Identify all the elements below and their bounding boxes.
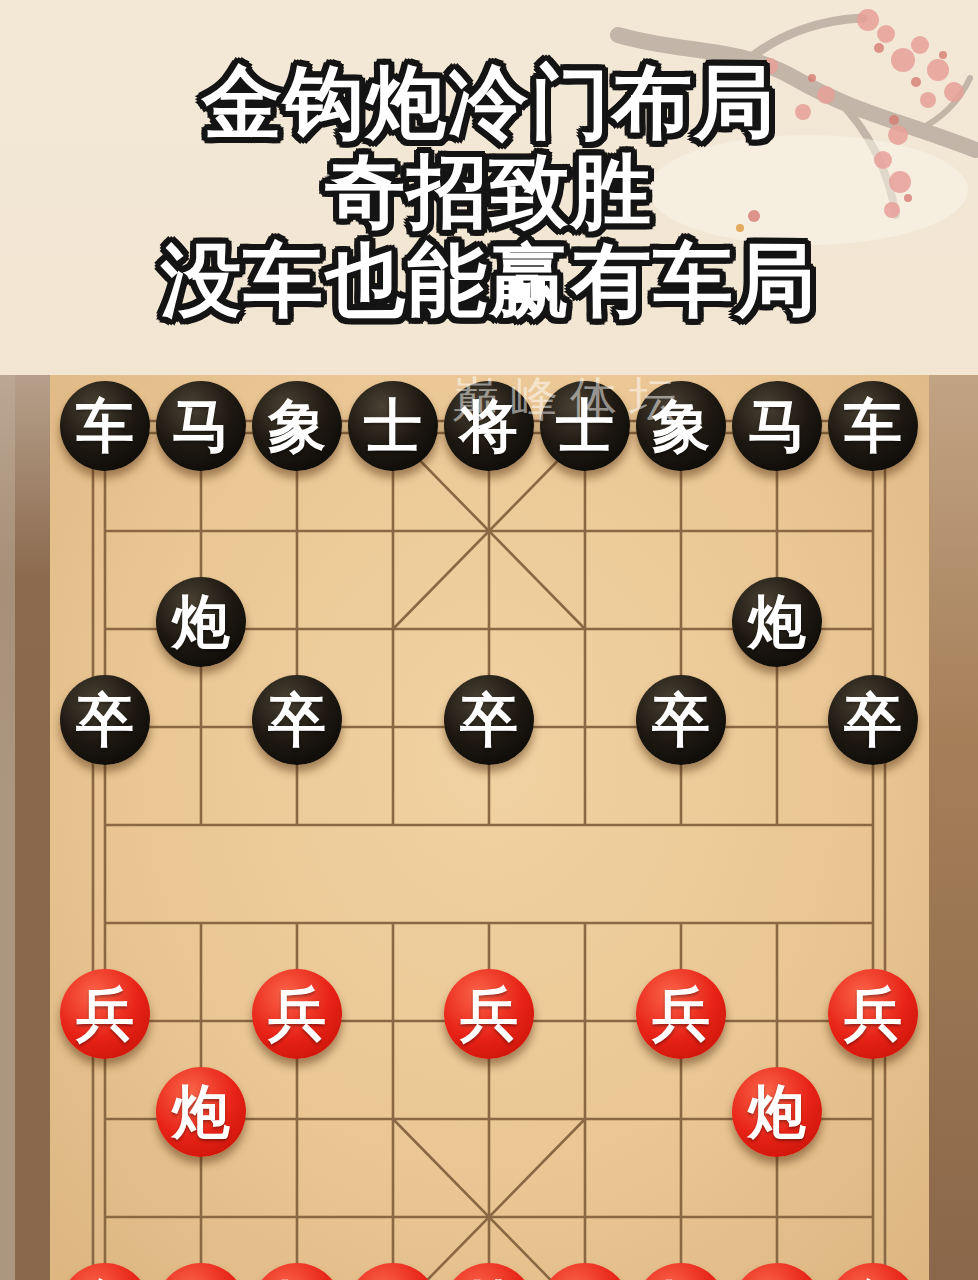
piece-glyph: 车 bbox=[844, 397, 902, 455]
piece-glyph: 马 bbox=[748, 397, 806, 455]
piece-glyph: 炮 bbox=[748, 593, 806, 651]
piece-black[interactable]: 卒 bbox=[60, 675, 150, 765]
piece-glyph: 炮 bbox=[748, 1083, 806, 1141]
piece-glyph: 兵 bbox=[652, 985, 710, 1043]
piece-red[interactable]: 炮 bbox=[732, 1067, 822, 1157]
piece-black[interactable]: 卒 bbox=[828, 675, 918, 765]
piece-red[interactable]: 帅 bbox=[444, 1263, 534, 1280]
piece-black[interactable]: 车 bbox=[60, 381, 150, 471]
piece-red[interactable]: 仕 bbox=[540, 1263, 630, 1280]
piece-glyph: 卒 bbox=[460, 691, 518, 749]
piece-red[interactable]: 相 bbox=[636, 1263, 726, 1280]
piece-red[interactable]: 兵 bbox=[252, 969, 342, 1059]
piece-red[interactable]: 马 bbox=[732, 1263, 822, 1280]
piece-black[interactable]: 车 bbox=[828, 381, 918, 471]
piece-red[interactable]: 兵 bbox=[444, 969, 534, 1059]
piece-glyph: 车 bbox=[76, 397, 134, 455]
piece-black[interactable]: 卒 bbox=[252, 675, 342, 765]
piece-red[interactable]: 炮 bbox=[156, 1067, 246, 1157]
piece-black[interactable]: 象 bbox=[252, 381, 342, 471]
piece-glyph: 士 bbox=[364, 397, 422, 455]
piece-glyph: 炮 bbox=[172, 593, 230, 651]
piece-red[interactable]: 仕 bbox=[348, 1263, 438, 1280]
piece-red[interactable]: 马 bbox=[156, 1263, 246, 1280]
piece-glyph: 炮 bbox=[172, 1083, 230, 1141]
page: 金钩炮冷门布局 奇招致胜 没车也能赢有车局 车马象士将士象马车炮炮卒卒卒卒卒兵兵… bbox=[0, 0, 978, 1280]
piece-black[interactable]: 卒 bbox=[636, 675, 726, 765]
pieces-layer: 车马象士将士象马车炮炮卒卒卒卒卒兵兵兵兵兵炮炮车马相仕帅仕相马车 bbox=[0, 0, 978, 1280]
piece-red[interactable]: 车 bbox=[828, 1263, 918, 1280]
piece-glyph: 兵 bbox=[844, 985, 902, 1043]
piece-glyph: 兵 bbox=[76, 985, 134, 1043]
piece-glyph: 马 bbox=[172, 397, 230, 455]
piece-glyph: 卒 bbox=[76, 691, 134, 749]
piece-glyph: 卒 bbox=[268, 691, 326, 749]
piece-red[interactable]: 兵 bbox=[60, 969, 150, 1059]
piece-glyph: 象 bbox=[268, 397, 326, 455]
piece-red[interactable]: 兵 bbox=[636, 969, 726, 1059]
piece-glyph: 兵 bbox=[268, 985, 326, 1043]
piece-black[interactable]: 马 bbox=[732, 381, 822, 471]
piece-black[interactable]: 士 bbox=[348, 381, 438, 471]
piece-glyph: 卒 bbox=[652, 691, 710, 749]
piece-black[interactable]: 卒 bbox=[444, 675, 534, 765]
piece-red[interactable]: 相 bbox=[252, 1263, 342, 1280]
piece-glyph: 卒 bbox=[844, 691, 902, 749]
piece-red[interactable]: 车 bbox=[60, 1263, 150, 1280]
piece-glyph: 兵 bbox=[460, 985, 518, 1043]
piece-black[interactable]: 马 bbox=[156, 381, 246, 471]
watermark: 巅峰体坛 bbox=[452, 368, 688, 431]
piece-black[interactable]: 炮 bbox=[732, 577, 822, 667]
piece-black[interactable]: 炮 bbox=[156, 577, 246, 667]
piece-red[interactable]: 兵 bbox=[828, 969, 918, 1059]
